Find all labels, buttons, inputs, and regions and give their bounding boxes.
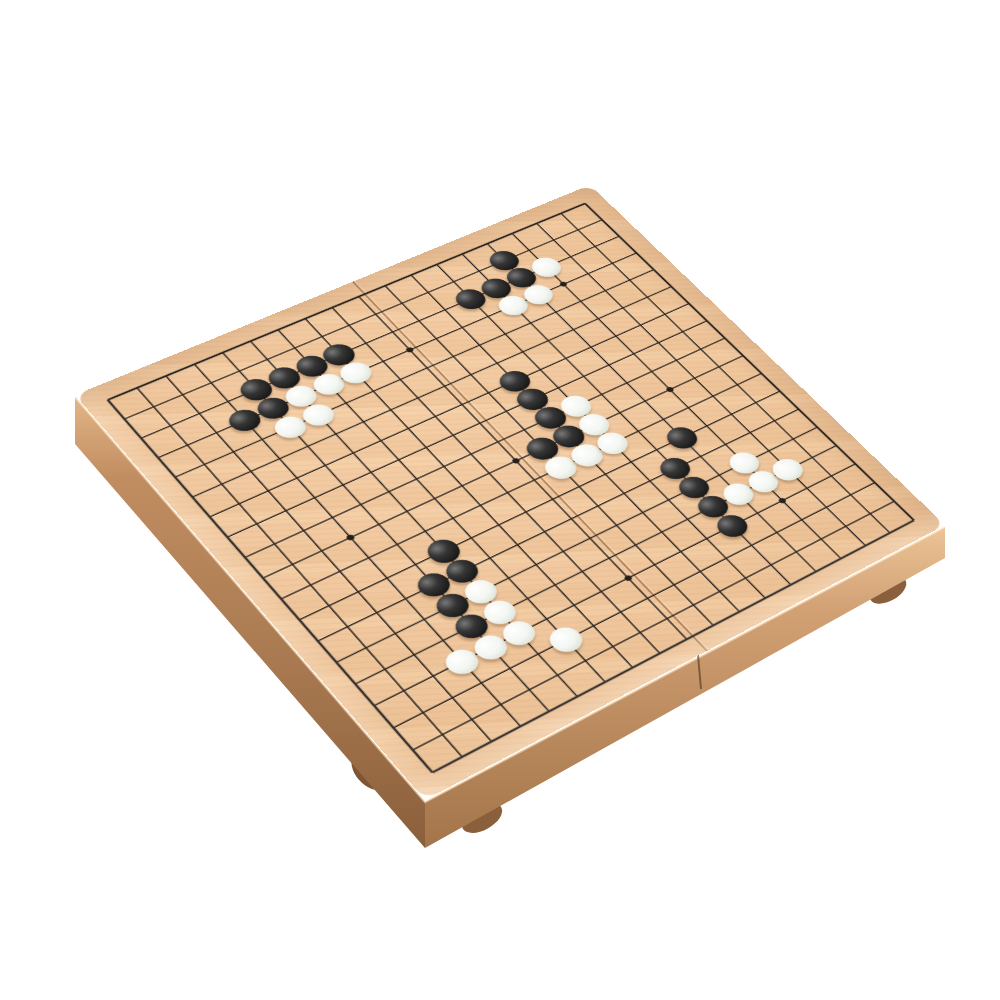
star-point [623,574,633,581]
star-point [511,457,521,464]
star-point [345,534,355,541]
star-point [559,281,568,287]
star-point [665,386,674,392]
product-photo [0,0,1000,1000]
star-point [405,347,415,353]
star-point [778,497,788,504]
